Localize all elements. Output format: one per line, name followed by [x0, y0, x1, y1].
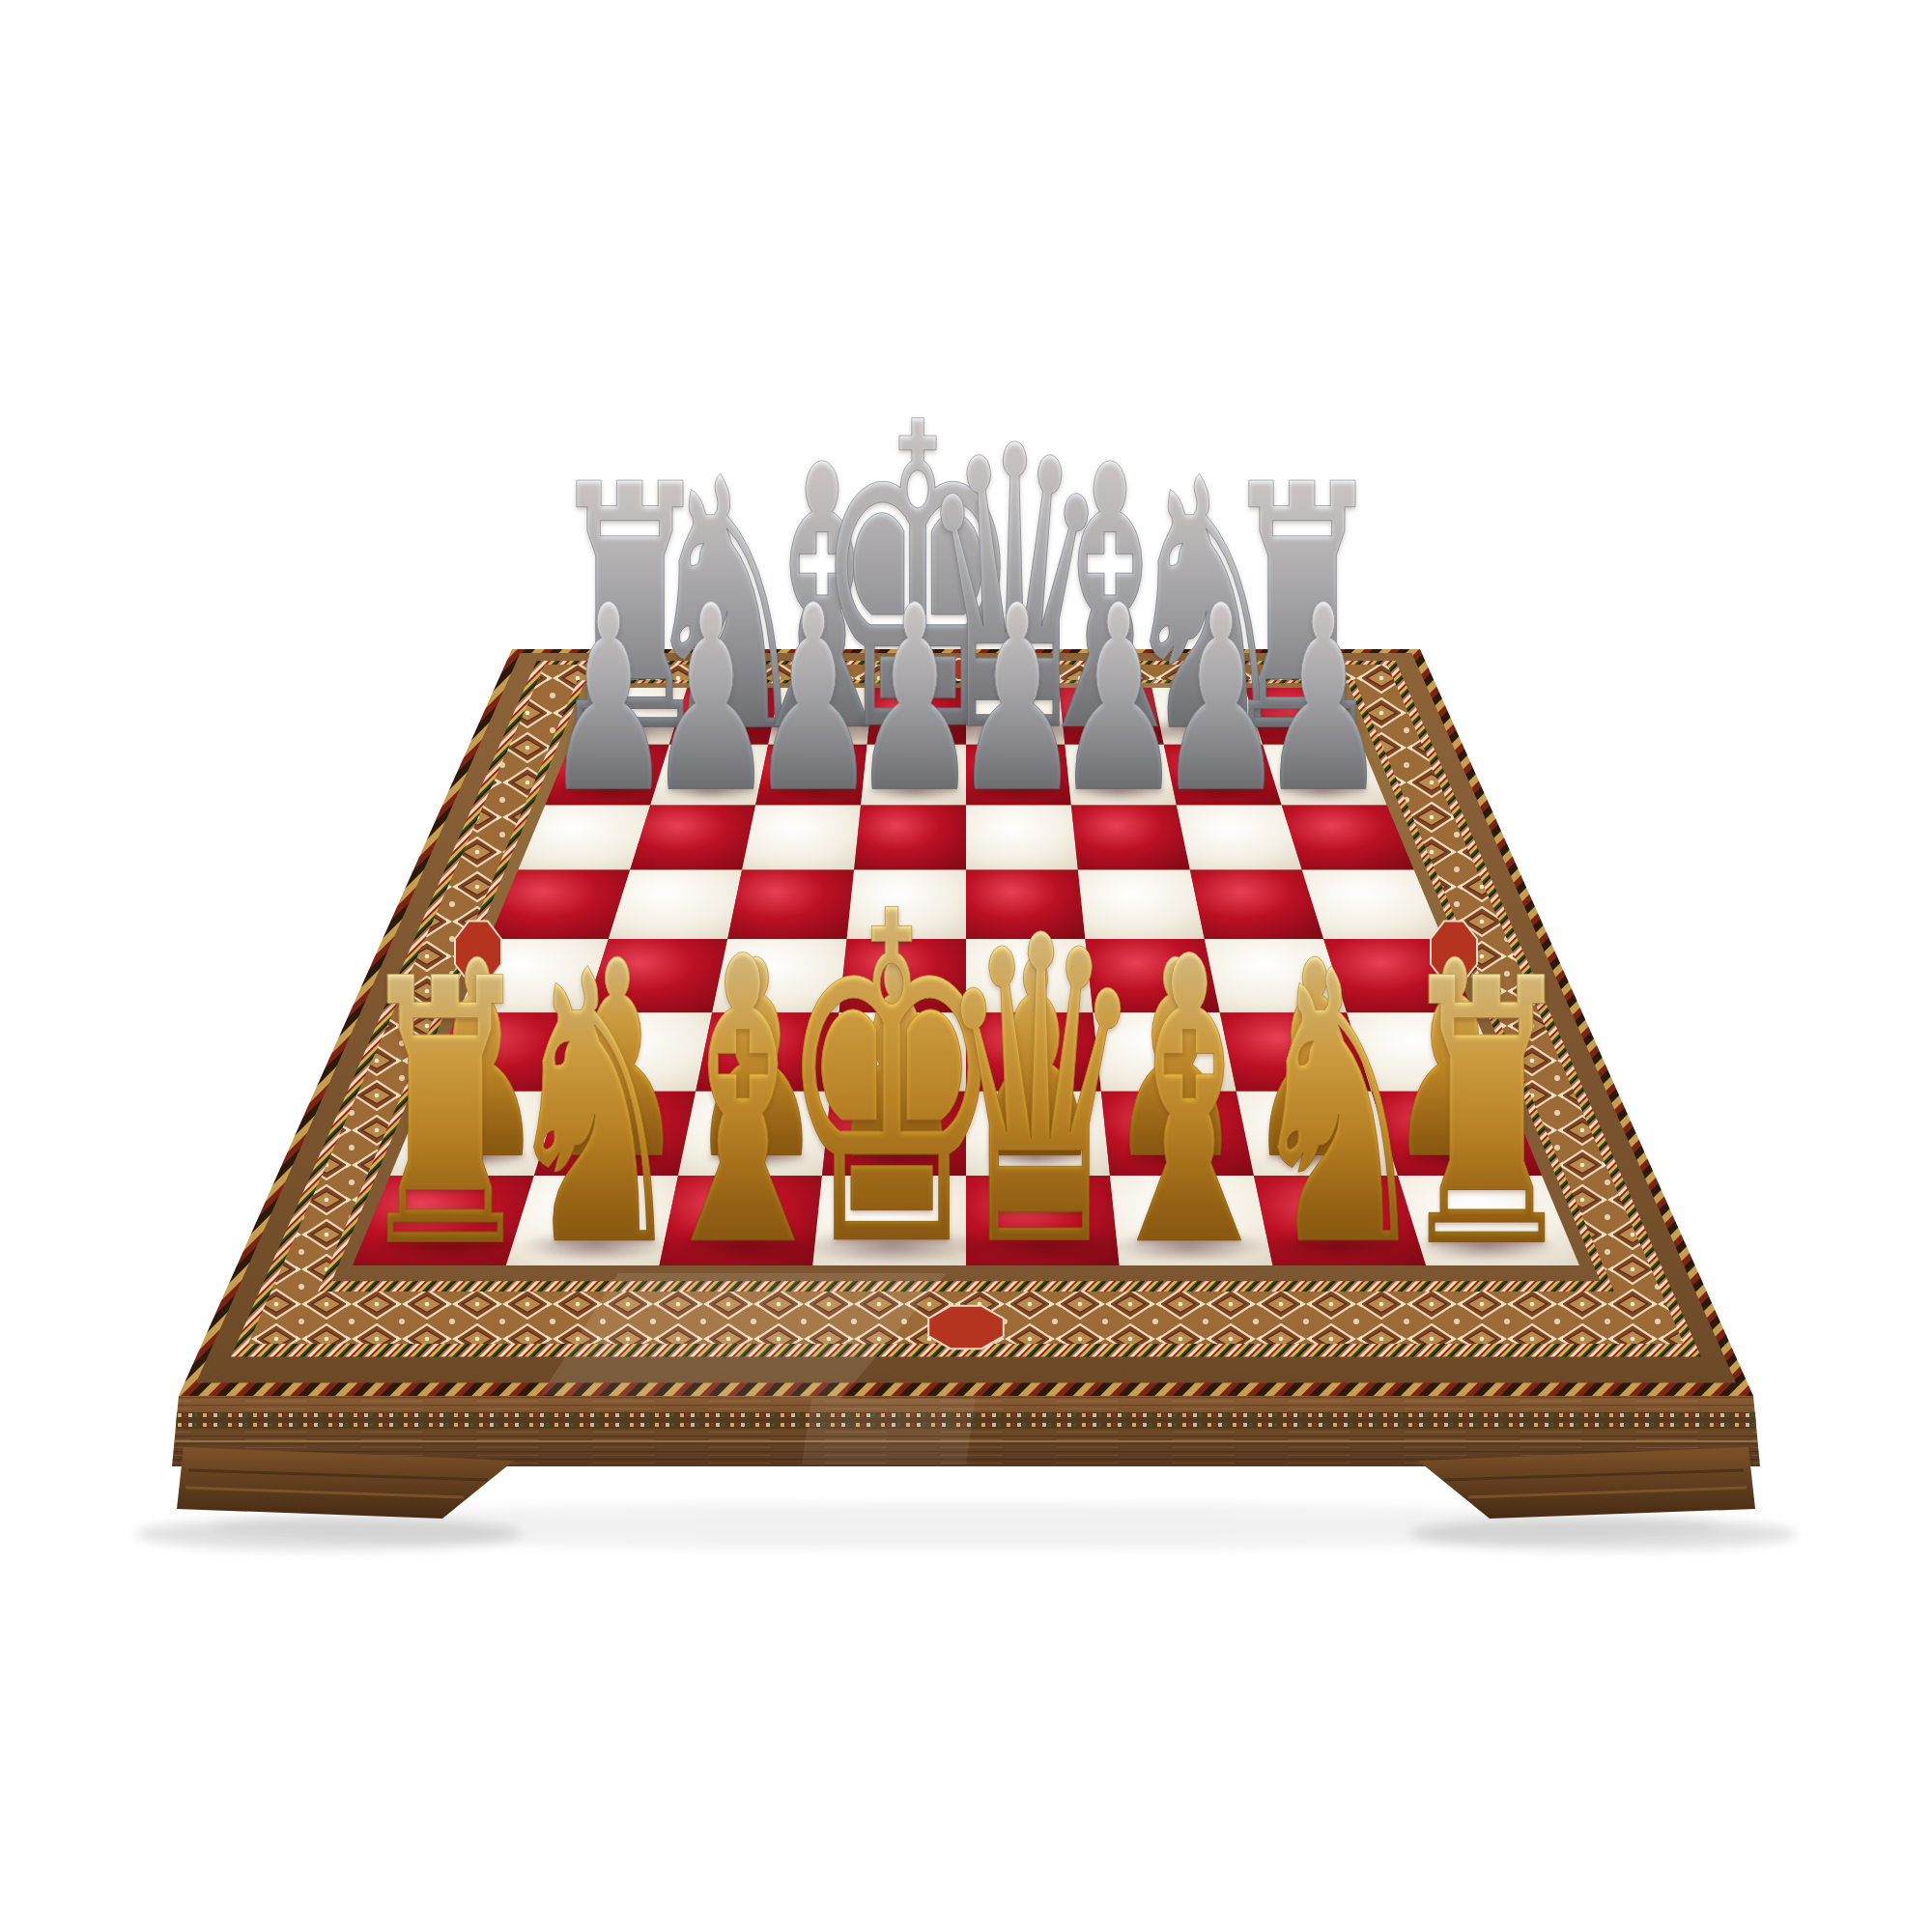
piece-gold-rook-h1[interactable]: ♜	[1394, 931, 1577, 1297]
piece-silver-pawn-h7[interactable]: ♟	[1259, 572, 1387, 828]
scene: ♜♞♝♚♛♝♞♜♟♟♟♟♟♟♟♟♟♟♟♟♟♟♟♟♜♞♝♚♛♝♞♜	[0, 0, 1932, 1932]
pieces-layer: ♜♞♝♚♛♝♞♜♟♟♟♟♟♟♟♟♟♟♟♟♟♟♟♟♜♞♝♚♛♝♞♜	[0, 0, 1932, 1932]
